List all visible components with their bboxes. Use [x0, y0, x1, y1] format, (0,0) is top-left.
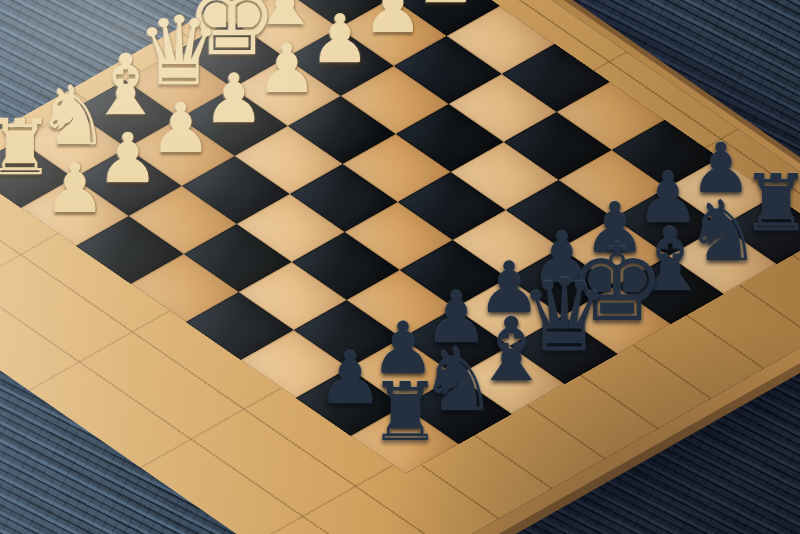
piece-white-pawn-f2[interactable]: ♟ [310, 6, 370, 73]
piece-white-pawn-h2[interactable]: ♟ [416, 0, 476, 13]
piece-white-pawn-g2[interactable]: ♟ [363, 0, 423, 43]
piece-black-rook-a8[interactable]: ♜ [369, 372, 442, 453]
piece-white-pawn-e2[interactable]: ♟ [257, 35, 318, 103]
piece-white-pawn-b2[interactable]: ♟ [97, 124, 159, 193]
piece-white-pawn-a2[interactable]: ♟ [44, 154, 106, 223]
piece-white-pawn-c2[interactable]: ♟ [150, 94, 212, 163]
piece-white-pawn-d2[interactable]: ♟ [204, 65, 265, 133]
photo-scene: ♜♞♟♝♟♚♟♛♟♝♟♞♟♜♟♟♟♟♜♟♞♟♝♟♚♟♛♟♝♟♞♜ [0, 0, 800, 534]
